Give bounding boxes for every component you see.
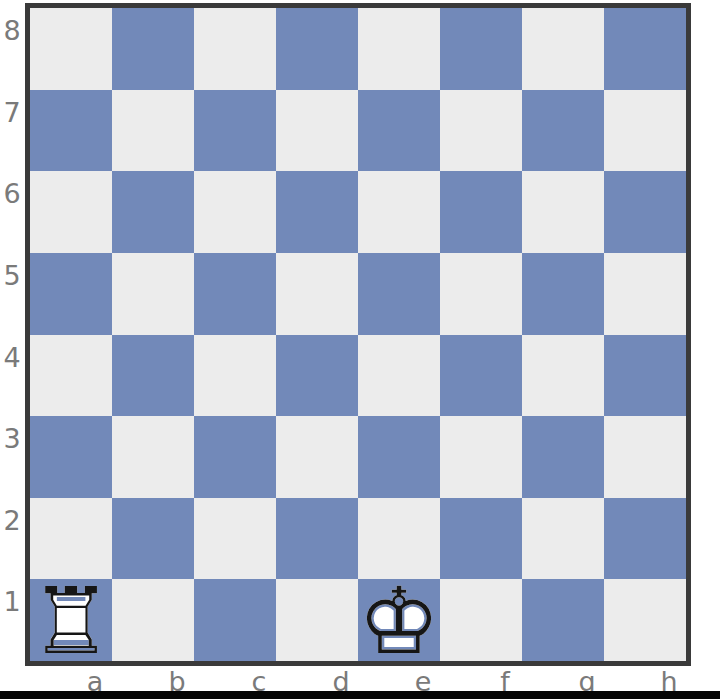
square-e2[interactable] bbox=[358, 498, 440, 580]
square-b5[interactable] bbox=[112, 253, 194, 335]
square-b4[interactable] bbox=[112, 335, 194, 417]
square-a8[interactable] bbox=[30, 8, 112, 90]
rank-label-2: 2 bbox=[0, 507, 24, 535]
rank-label-8: 8 bbox=[0, 17, 24, 45]
square-e8[interactable] bbox=[358, 8, 440, 90]
square-b1[interactable] bbox=[112, 579, 194, 661]
square-g4[interactable] bbox=[522, 335, 604, 417]
square-g5[interactable] bbox=[522, 253, 604, 335]
square-g6[interactable] bbox=[522, 171, 604, 253]
square-e6[interactable] bbox=[358, 171, 440, 253]
square-c2[interactable] bbox=[194, 498, 276, 580]
square-d7[interactable] bbox=[276, 90, 358, 172]
square-a1[interactable]: ♜♖ bbox=[30, 579, 112, 661]
square-d3[interactable] bbox=[276, 416, 358, 498]
rank-label-4: 4 bbox=[0, 344, 24, 372]
square-a3[interactable] bbox=[30, 416, 112, 498]
square-h2[interactable] bbox=[604, 498, 686, 580]
white-rook-glyph-outline: ♖ bbox=[30, 581, 112, 663]
white-rook[interactable]: ♜♖ bbox=[30, 581, 112, 663]
square-h5[interactable] bbox=[604, 253, 686, 335]
square-a7[interactable] bbox=[30, 90, 112, 172]
square-g7[interactable] bbox=[522, 90, 604, 172]
square-c3[interactable] bbox=[194, 416, 276, 498]
square-f8[interactable] bbox=[440, 8, 522, 90]
square-e7[interactable] bbox=[358, 90, 440, 172]
square-b3[interactable] bbox=[112, 416, 194, 498]
square-a6[interactable] bbox=[30, 171, 112, 253]
square-h8[interactable] bbox=[604, 8, 686, 90]
rank-label-7: 7 bbox=[0, 99, 24, 127]
square-g3[interactable] bbox=[522, 416, 604, 498]
square-c5[interactable] bbox=[194, 253, 276, 335]
square-h3[interactable] bbox=[604, 416, 686, 498]
square-e3[interactable] bbox=[358, 416, 440, 498]
square-f3[interactable] bbox=[440, 416, 522, 498]
board-grid: ♜♖♚♔ bbox=[30, 8, 686, 661]
square-h4[interactable] bbox=[604, 335, 686, 417]
square-c4[interactable] bbox=[194, 335, 276, 417]
square-c8[interactable] bbox=[194, 8, 276, 90]
square-g1[interactable] bbox=[522, 579, 604, 661]
white-king[interactable]: ♚♔ bbox=[358, 581, 440, 663]
square-e5[interactable] bbox=[358, 253, 440, 335]
square-c6[interactable] bbox=[194, 171, 276, 253]
chess-board-frame: ♜♖♚♔ bbox=[25, 3, 691, 666]
square-h1[interactable] bbox=[604, 579, 686, 661]
square-e1[interactable]: ♚♔ bbox=[358, 579, 440, 661]
square-h7[interactable] bbox=[604, 90, 686, 172]
square-f1[interactable] bbox=[440, 579, 522, 661]
square-a5[interactable] bbox=[30, 253, 112, 335]
white-king-glyph-outline: ♔ bbox=[358, 581, 440, 663]
square-d8[interactable] bbox=[276, 8, 358, 90]
square-d6[interactable] bbox=[276, 171, 358, 253]
square-a4[interactable] bbox=[30, 335, 112, 417]
square-b6[interactable] bbox=[112, 171, 194, 253]
rank-label-6: 6 bbox=[0, 180, 24, 208]
bottom-bar bbox=[0, 691, 720, 699]
rank-label-5: 5 bbox=[0, 262, 24, 290]
square-b8[interactable] bbox=[112, 8, 194, 90]
rank-label-3: 3 bbox=[0, 425, 24, 453]
square-g2[interactable] bbox=[522, 498, 604, 580]
square-d5[interactable] bbox=[276, 253, 358, 335]
square-c7[interactable] bbox=[194, 90, 276, 172]
square-f2[interactable] bbox=[440, 498, 522, 580]
square-h6[interactable] bbox=[604, 171, 686, 253]
square-f5[interactable] bbox=[440, 253, 522, 335]
rank-label-1: 1 bbox=[0, 588, 24, 616]
square-c1[interactable] bbox=[194, 579, 276, 661]
square-e4[interactable] bbox=[358, 335, 440, 417]
square-f6[interactable] bbox=[440, 171, 522, 253]
square-g8[interactable] bbox=[522, 8, 604, 90]
square-d2[interactable] bbox=[276, 498, 358, 580]
square-f4[interactable] bbox=[440, 335, 522, 417]
square-f7[interactable] bbox=[440, 90, 522, 172]
square-b7[interactable] bbox=[112, 90, 194, 172]
square-a2[interactable] bbox=[30, 498, 112, 580]
square-d4[interactable] bbox=[276, 335, 358, 417]
square-b2[interactable] bbox=[112, 498, 194, 580]
square-d1[interactable] bbox=[276, 579, 358, 661]
